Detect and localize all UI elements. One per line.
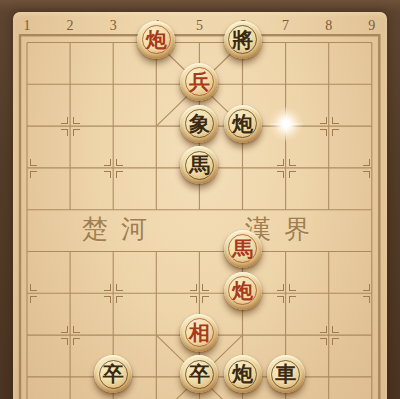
piece-black-chariot[interactable]: 車 <box>267 355 305 393</box>
piece-glyph: 象 <box>180 105 218 143</box>
piece-black-horse[interactable]: 馬 <box>180 146 218 184</box>
piece-glyph: 相 <box>180 314 218 352</box>
pieces-layer: 炮將兵象炮馬馬炮相卒卒炮車 <box>6 22 394 399</box>
piece-black-cannon[interactable]: 炮 <box>224 105 262 143</box>
piece-black-elephant[interactable]: 象 <box>180 105 218 143</box>
piece-red-cannon[interactable]: 炮 <box>137 21 175 59</box>
piece-red-elephant[interactable]: 相 <box>180 314 218 352</box>
piece-glyph: 馬 <box>224 230 262 268</box>
piece-glyph: 卒 <box>180 355 218 393</box>
piece-glyph: 將 <box>224 21 262 59</box>
piece-black-cannon[interactable]: 炮 <box>224 355 262 393</box>
piece-glyph: 卒 <box>94 355 132 393</box>
piece-glyph: 炮 <box>224 105 262 143</box>
piece-black-general[interactable]: 將 <box>224 21 262 59</box>
piece-glyph: 車 <box>267 355 305 393</box>
piece-glyph: 炮 <box>224 355 262 393</box>
piece-glyph: 炮 <box>137 21 175 59</box>
piece-glyph: 兵 <box>180 63 218 101</box>
piece-red-cannon[interactable]: 炮 <box>224 272 262 310</box>
piece-glyph: 馬 <box>180 146 218 184</box>
piece-black-soldier[interactable]: 卒 <box>94 355 132 393</box>
piece-black-soldier[interactable]: 卒 <box>180 355 218 393</box>
piece-red-horse[interactable]: 馬 <box>224 230 262 268</box>
piece-glyph: 炮 <box>224 272 262 310</box>
piece-red-soldier[interactable]: 兵 <box>180 63 218 101</box>
